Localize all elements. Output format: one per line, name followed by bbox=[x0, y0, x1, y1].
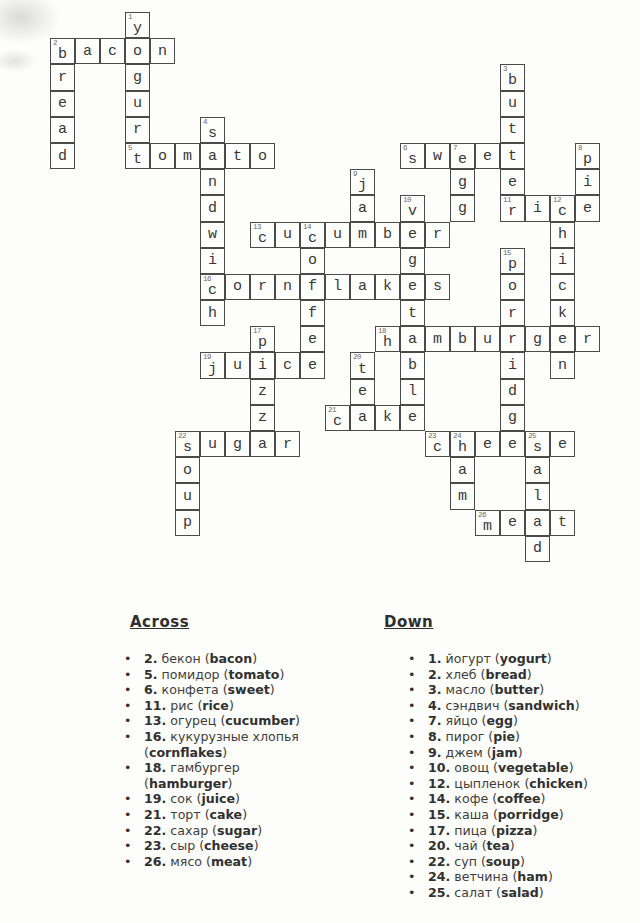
clue-answer-label: ham bbox=[517, 869, 548, 884]
cell-letter: r bbox=[58, 70, 67, 85]
cell-letter: e bbox=[483, 437, 492, 452]
grid-cell-r4c2[interactable]: a bbox=[50, 117, 75, 143]
cell-letter: n bbox=[158, 44, 167, 59]
cell-letter: p bbox=[583, 152, 592, 167]
cell-letter: e bbox=[508, 175, 517, 190]
cell-letter: s bbox=[183, 440, 192, 455]
cell-letter: e bbox=[508, 515, 517, 530]
grid-cell-r5c8[interactable]: a bbox=[200, 143, 225, 169]
clue-num-label: 21. bbox=[144, 807, 166, 822]
clue-number-9: 9 bbox=[353, 171, 357, 179]
clue-num-label: 19. bbox=[144, 791, 166, 806]
grid-cell-r2c5[interactable]: g bbox=[125, 64, 150, 90]
cell-letter: a bbox=[83, 44, 92, 59]
grid-cell-r1c5[interactable]: o bbox=[125, 38, 150, 64]
grid-cell-r12c23[interactable]: r bbox=[575, 326, 600, 352]
grid-cell-r19c20[interactable]: e bbox=[500, 510, 525, 536]
clue-answer-label: soup bbox=[486, 854, 520, 869]
cell-letter: u bbox=[508, 96, 517, 111]
cell-letter: e bbox=[408, 227, 417, 242]
grid-cell-r12c19[interactable]: u bbox=[475, 326, 500, 352]
grid-cell-r10c13[interactable]: l bbox=[325, 274, 350, 300]
grid-cell-r5c7[interactable]: m bbox=[175, 143, 200, 169]
down-clue-7: 7. яйцо (egg) bbox=[406, 713, 636, 729]
cell-letter: w bbox=[433, 149, 442, 164]
grid-cell-r16c9[interactable]: g bbox=[225, 431, 250, 457]
grid-cell-r5c6[interactable]: o bbox=[150, 143, 175, 169]
clue-num-label: 6. bbox=[144, 682, 158, 697]
grid-cell-r3c20[interactable]: u bbox=[500, 91, 525, 117]
grid-cell-r5c2[interactable]: d bbox=[50, 143, 75, 169]
clue-num-label: 22. bbox=[428, 854, 450, 869]
grid-cell-r3c2[interactable]: e bbox=[50, 91, 75, 117]
clue-num-label: 17. bbox=[428, 823, 450, 838]
grid-cell-r7c21[interactable]: i bbox=[525, 195, 550, 221]
clue-number-14: 14 bbox=[303, 224, 311, 232]
cell-letter: i bbox=[533, 201, 542, 216]
cell-letter: e bbox=[508, 437, 517, 452]
grid-cell-r14c10[interactable]: z bbox=[250, 379, 275, 405]
cell-letter: a bbox=[358, 201, 367, 216]
grid-cell-r10c15[interactable]: k bbox=[375, 274, 400, 300]
down-clue-20: 20. чай (tea) bbox=[406, 838, 636, 854]
cell-letter: s bbox=[208, 126, 217, 141]
across-clue-18: 18. гамбургер (hamburger) bbox=[122, 760, 322, 791]
grid-cell-r12c17[interactable]: m bbox=[425, 326, 450, 352]
grid-cell-r5c23[interactable]: 8p bbox=[575, 143, 600, 169]
grid-cell-r9c16[interactable]: g bbox=[400, 248, 425, 274]
clue-answer-label: jam bbox=[492, 745, 518, 760]
grid-cell-r8c17[interactable]: r bbox=[425, 222, 450, 248]
grid-cell-r19c19[interactable]: 26m bbox=[475, 510, 500, 536]
clue-answer-label: pizza bbox=[496, 823, 533, 838]
cell-letter: c bbox=[283, 358, 292, 373]
grid-cell-r12c22[interactable]: e bbox=[550, 326, 575, 352]
grid-cell-r17c21[interactable]: a bbox=[525, 457, 550, 483]
clue-number-1: 1 bbox=[128, 14, 132, 22]
across-heading: Across bbox=[130, 613, 189, 631]
cell-letter: k bbox=[383, 410, 392, 425]
grid-cell-r5c20[interactable]: t bbox=[500, 143, 525, 169]
grid-cell-r16c21[interactable]: 25s bbox=[525, 431, 550, 457]
down-clue-list: 1. йогурт (yogurt)2. хлеб (bread)3. масл… bbox=[406, 651, 636, 901]
grid-cell-r7c8[interactable]: d bbox=[200, 195, 225, 221]
grid-cell-r4c5[interactable]: r bbox=[125, 117, 150, 143]
clue-num-label: 23. bbox=[144, 838, 166, 853]
grid-cell-r10c16[interactable]: e bbox=[400, 274, 425, 300]
across-clue-11: 11. рис (rice) bbox=[122, 698, 322, 714]
across-clue-2: 2. бекон (bacon) bbox=[122, 651, 322, 667]
cell-letter: n bbox=[558, 358, 567, 373]
clue-answer-label: yogurt bbox=[500, 651, 547, 666]
clue-num-label: 5. bbox=[144, 667, 158, 682]
grid-cell-r10c8[interactable]: 16c bbox=[200, 274, 225, 300]
grid-cell-r14c16[interactable]: l bbox=[400, 379, 425, 405]
cell-letter: f bbox=[308, 279, 317, 294]
grid-cell-r13c20[interactable]: i bbox=[500, 352, 525, 378]
cell-letter: b bbox=[508, 73, 517, 88]
grid-cell-r6c23[interactable]: i bbox=[575, 169, 600, 195]
grid-cell-r9c12[interactable]: o bbox=[300, 248, 325, 274]
grid-cell-r10c20[interactable]: o bbox=[500, 274, 525, 300]
cell-letter: e bbox=[458, 152, 467, 167]
grid-cell-r15c20[interactable]: g bbox=[500, 405, 525, 431]
grid-cell-r10c9[interactable]: o bbox=[225, 274, 250, 300]
grid-cell-r10c12[interactable]: f bbox=[300, 274, 325, 300]
cell-letter: p bbox=[183, 515, 192, 530]
cell-letter: b bbox=[58, 47, 67, 62]
grid-cell-r8c15[interactable]: b bbox=[375, 222, 400, 248]
grid-cell-r9c8[interactable]: i bbox=[200, 248, 225, 274]
grid-cell-r13c11[interactable]: c bbox=[275, 352, 300, 378]
clue-num-label: 25. bbox=[428, 885, 450, 900]
grid-cell-r10c14[interactable]: a bbox=[350, 274, 375, 300]
cell-letter: g bbox=[458, 175, 467, 190]
cell-letter: e bbox=[583, 201, 592, 216]
clue-number-20: 20 bbox=[353, 354, 361, 362]
cell-letter: c bbox=[258, 231, 267, 246]
cell-letter: a bbox=[533, 515, 542, 530]
cell-letter: z bbox=[258, 384, 267, 399]
grid-cell-r16c8[interactable]: u bbox=[200, 431, 225, 457]
clue-num-label: 11. bbox=[144, 698, 166, 713]
clue-num-label: 16. bbox=[144, 729, 166, 744]
cell-letter: r bbox=[258, 279, 267, 294]
clue-num-label: 24. bbox=[428, 869, 450, 884]
grid-cell-r5c16[interactable]: 6s bbox=[400, 143, 425, 169]
grid-cell-r7c18[interactable]: g bbox=[450, 195, 475, 221]
down-clue-14: 14. кофе (coffee) bbox=[406, 791, 636, 807]
cell-letter: h bbox=[558, 227, 567, 242]
grid-cell-r19c7[interactable]: p bbox=[175, 510, 200, 536]
cell-letter: o bbox=[308, 253, 317, 268]
grid-cell-r6c20[interactable]: e bbox=[500, 169, 525, 195]
clue-answer-label: chicken bbox=[529, 776, 583, 791]
grid-cell-r17c18[interactable]: a bbox=[450, 457, 475, 483]
cell-letter: t bbox=[133, 152, 142, 167]
grid-cell-r12c20[interactable]: r bbox=[500, 326, 525, 352]
grid-cell-r15c15[interactable]: k bbox=[375, 405, 400, 431]
cell-letter: c bbox=[208, 283, 217, 298]
cell-letter: r bbox=[133, 122, 142, 137]
grid-cell-r8c22[interactable]: h bbox=[550, 222, 575, 248]
clue-num-label: 13. bbox=[144, 713, 166, 728]
clue-num-label: 26. bbox=[144, 854, 166, 869]
grid-cell-r16c7[interactable]: 22s bbox=[175, 431, 200, 457]
grid-cell-r1c4[interactable]: c bbox=[100, 38, 125, 64]
cell-letter: c bbox=[433, 440, 442, 455]
grid-cell-r16c18[interactable]: 24h bbox=[450, 431, 475, 457]
down-clue-22: 22. суп (soup) bbox=[406, 854, 636, 870]
cell-letter: o bbox=[508, 279, 517, 294]
grid-cell-r15c13[interactable]: 21c bbox=[325, 405, 350, 431]
grid-cell-r5c17[interactable]: w bbox=[425, 143, 450, 169]
cell-letter: s bbox=[533, 440, 542, 455]
clue-answer-label: rice bbox=[202, 698, 229, 713]
cell-letter: t bbox=[233, 149, 242, 164]
cell-letter: i bbox=[508, 358, 517, 373]
grid-cell-r11c8[interactable]: h bbox=[200, 300, 225, 326]
cell-letter: c bbox=[333, 414, 342, 429]
cell-letter: y bbox=[133, 21, 142, 36]
grid-cell-r11c16[interactable]: t bbox=[400, 300, 425, 326]
cell-letter: u bbox=[233, 358, 242, 373]
grid-cell-r9c20[interactable]: 15p bbox=[500, 248, 525, 274]
cell-letter: a bbox=[358, 279, 367, 294]
grid-cell-r7c23[interactable]: e bbox=[575, 195, 600, 221]
cell-letter: a bbox=[258, 437, 267, 452]
cell-letter: r bbox=[508, 332, 517, 347]
cell-letter: b bbox=[408, 358, 417, 373]
cell-letter: e bbox=[558, 437, 567, 452]
cell-letter: i bbox=[583, 175, 592, 190]
grid-cell-r12c15[interactable]: 18h bbox=[375, 326, 400, 352]
grid-cell-r7c14[interactable]: a bbox=[350, 195, 375, 221]
clue-num-label: 20. bbox=[428, 838, 450, 853]
grid-cell-r10c17[interactable]: s bbox=[425, 274, 450, 300]
grid-cell-r8c11[interactable]: u bbox=[275, 222, 300, 248]
cell-letter: i bbox=[208, 253, 217, 268]
grid-cell-r7c22[interactable]: 12c bbox=[550, 195, 575, 221]
cell-letter: d bbox=[533, 541, 542, 556]
grid-cell-r16c17[interactable]: 23c bbox=[425, 431, 450, 457]
grid-cell-r13c22[interactable]: n bbox=[550, 352, 575, 378]
clue-number-25: 25 bbox=[528, 433, 536, 441]
cell-letter: s bbox=[433, 279, 442, 294]
down-clue-24: 24. ветчина (ham) bbox=[406, 869, 636, 885]
cell-letter: e bbox=[483, 149, 492, 164]
grid-cell-r11c22[interactable]: k bbox=[550, 300, 575, 326]
grid-cell-r2c20[interactable]: 3b bbox=[500, 64, 525, 90]
cell-letter: u bbox=[333, 227, 342, 242]
grid-cell-r14c14[interactable]: e bbox=[350, 379, 375, 405]
cell-letter: h bbox=[208, 306, 217, 321]
down-heading: Down bbox=[384, 613, 433, 631]
clue-number-10: 10 bbox=[403, 197, 411, 205]
down-clue-12: 12. цыпленок (chicken) bbox=[406, 776, 636, 792]
grid-cell-r8c10[interactable]: 13c bbox=[250, 222, 275, 248]
grid-cell-r5c18[interactable]: 7e bbox=[450, 143, 475, 169]
cell-letter: e bbox=[308, 332, 317, 347]
grid-cell-r8c8[interactable]: w bbox=[200, 222, 225, 248]
grid-cell-r1c2[interactable]: 2b bbox=[50, 38, 75, 64]
cell-letter: l bbox=[333, 279, 342, 294]
grid-cell-r6c18[interactable]: g bbox=[450, 169, 475, 195]
cell-letter: g bbox=[133, 70, 142, 85]
grid-cell-r9c22[interactable]: i bbox=[550, 248, 575, 274]
clue-num-label: 22. bbox=[144, 823, 166, 838]
cell-letter: c bbox=[558, 204, 567, 219]
cell-letter: u bbox=[283, 227, 292, 242]
grid-cell-r13c8[interactable]: 19j bbox=[200, 352, 225, 378]
down-clue-9: 9. джем (jam) bbox=[406, 745, 636, 761]
cell-letter: i bbox=[558, 253, 567, 268]
grid-cell-r8c14[interactable]: m bbox=[350, 222, 375, 248]
across-clue-21: 21. торт (cake) bbox=[122, 807, 322, 823]
cell-letter: e bbox=[308, 358, 317, 373]
grid-cell-r14c20[interactable]: d bbox=[500, 379, 525, 405]
clue-answer-label: cucumber bbox=[225, 713, 295, 728]
cell-letter: j bbox=[208, 362, 217, 377]
grid-cell-r4c8[interactable]: 4s bbox=[200, 117, 225, 143]
cell-letter: l bbox=[533, 489, 542, 504]
clue-answer-label: meat bbox=[211, 854, 247, 869]
grid-cell-r13c14[interactable]: 20t bbox=[350, 352, 375, 378]
grid-cell-r6c8[interactable]: n bbox=[200, 169, 225, 195]
grid-cell-r6c14[interactable]: 9j bbox=[350, 169, 375, 195]
grid-cell-r16c11[interactable]: r bbox=[275, 431, 300, 457]
grid-cell-r5c9[interactable]: t bbox=[225, 143, 250, 169]
grid-cell-r5c5[interactable]: 5t bbox=[125, 143, 150, 169]
across-clue-22: 22. сахар (sugar) bbox=[122, 823, 322, 839]
grid-cell-r13c10[interactable]: i bbox=[250, 352, 275, 378]
grid-cell-r18c7[interactable]: u bbox=[175, 483, 200, 509]
cell-letter: a bbox=[208, 149, 217, 164]
grid-cell-r13c9[interactable]: u bbox=[225, 352, 250, 378]
clue-num-label: 9. bbox=[428, 745, 442, 760]
clue-answer-label: bread bbox=[486, 667, 527, 682]
cell-letter: c bbox=[558, 279, 567, 294]
cell-letter: z bbox=[258, 410, 267, 425]
clue-number-21: 21 bbox=[328, 407, 336, 415]
cell-letter: e bbox=[558, 332, 567, 347]
grid-cell-r15c14[interactable]: a bbox=[350, 405, 375, 431]
grid-cell-r16c10[interactable]: a bbox=[250, 431, 275, 457]
cell-letter: u bbox=[483, 332, 492, 347]
cell-letter: p bbox=[508, 257, 517, 272]
clue-num-label: 10. bbox=[428, 760, 450, 775]
grid-cell-r12c10[interactable]: 17p bbox=[250, 326, 275, 352]
cell-letter: b bbox=[383, 227, 392, 242]
clue-num-label: 4. bbox=[428, 698, 442, 713]
cell-letter: n bbox=[208, 175, 217, 190]
grid-cell-r13c12[interactable]: e bbox=[300, 352, 325, 378]
cell-letter: o bbox=[158, 149, 167, 164]
across-clue-16: 16. кукурузные хлопья (cornflakes) bbox=[122, 729, 322, 760]
clue-answer-label: porridge bbox=[498, 807, 559, 822]
grid-cell-r11c12[interactable]: f bbox=[300, 300, 325, 326]
across-clue-6: 6. конфета (sweet) bbox=[122, 682, 322, 698]
grid-cell-r7c20[interactable]: 11r bbox=[500, 195, 525, 221]
clue-answer-label: tomato bbox=[229, 667, 280, 682]
grid-cell-r10c11[interactable]: n bbox=[275, 274, 300, 300]
grid-cell-r5c10[interactable]: o bbox=[250, 143, 275, 169]
grid-cell-r8c12[interactable]: 14c bbox=[300, 222, 325, 248]
grid-cell-r12c21[interactable]: g bbox=[525, 326, 550, 352]
clue-answer-label: vegetable bbox=[498, 760, 569, 775]
clue-answer-label: pie bbox=[493, 729, 515, 744]
grid-cell-r13c16[interactable]: b bbox=[400, 352, 425, 378]
down-clue-25: 25. салат (salad) bbox=[406, 885, 636, 901]
cell-letter: k bbox=[558, 306, 567, 321]
cell-letter: m bbox=[433, 332, 442, 347]
grid-cell-r15c16[interactable]: e bbox=[400, 405, 425, 431]
cell-letter: m bbox=[183, 149, 192, 164]
grid-cell-r0c5[interactable]: 1y bbox=[125, 12, 150, 38]
grid-cell-r12c18[interactable]: b bbox=[450, 326, 475, 352]
grid-cell-r1c6[interactable]: n bbox=[150, 38, 175, 64]
down-clue-3: 3. масло (butter) bbox=[406, 682, 636, 698]
clue-num-label: 18. bbox=[144, 760, 166, 775]
grid-cell-r18c21[interactable]: l bbox=[525, 483, 550, 509]
grid-cell-r3c5[interactable]: u bbox=[125, 91, 150, 117]
clue-answer-label: cake bbox=[210, 807, 243, 822]
grid-cell-r5c19[interactable]: e bbox=[475, 143, 500, 169]
clue-number-5: 5 bbox=[128, 145, 132, 153]
cell-letter: r bbox=[283, 437, 292, 452]
crossword-worksheet: 1y2baconrg3beuuar4std5tomato6sw7eet8pn9j… bbox=[0, 0, 640, 923]
clue-number-12: 12 bbox=[553, 197, 561, 205]
grid-cell-r12c16[interactable]: a bbox=[400, 326, 425, 352]
grid-cell-r7c16[interactable]: 10v bbox=[400, 195, 425, 221]
cell-letter: w bbox=[208, 227, 217, 242]
cell-letter: h bbox=[383, 335, 392, 350]
across-clue-5: 5. помидор (tomato) bbox=[122, 667, 322, 683]
grid-cell-r8c16[interactable]: e bbox=[400, 222, 425, 248]
clue-number-22: 22 bbox=[178, 433, 186, 441]
grid-cell-r2c2[interactable]: r bbox=[50, 64, 75, 90]
grid-cell-r18c18[interactable]: m bbox=[450, 483, 475, 509]
grid-cell-r15c10[interactable]: z bbox=[250, 405, 275, 431]
grid-cell-r16c20[interactable]: e bbox=[500, 431, 525, 457]
grid-cell-r19c21[interactable]: a bbox=[525, 510, 550, 536]
grid-cell-r17c7[interactable]: o bbox=[175, 457, 200, 483]
cell-letter: s bbox=[408, 152, 417, 167]
grid-cell-r8c13[interactable]: u bbox=[325, 222, 350, 248]
cell-letter: j bbox=[358, 178, 367, 193]
grid-cell-r20c21[interactable]: d bbox=[525, 536, 550, 562]
grid-cell-r11c20[interactable]: r bbox=[500, 300, 525, 326]
down-clue-17: 17. пица (pizza) bbox=[406, 823, 636, 839]
cell-letter: o bbox=[258, 149, 267, 164]
clue-num-label: 2. bbox=[428, 667, 442, 682]
down-clue-15: 15. каша (porridge) bbox=[406, 807, 636, 823]
grid-cell-r4c20[interactable]: t bbox=[500, 117, 525, 143]
cell-letter: g bbox=[508, 410, 517, 425]
cell-letter: u bbox=[183, 489, 192, 504]
clue-num-label: 14. bbox=[428, 791, 450, 806]
grid-cell-r1c3[interactable]: a bbox=[75, 38, 100, 64]
across-clue-list: 2. бекон (bacon)5. помидор (tomato)6. ко… bbox=[122, 651, 322, 869]
cell-letter: m bbox=[458, 489, 467, 504]
clue-answer-label: juice bbox=[201, 791, 235, 806]
cell-letter: t bbox=[558, 515, 567, 530]
cell-letter: d bbox=[508, 384, 517, 399]
clue-number-11: 11 bbox=[503, 197, 511, 205]
grid-cell-r12c12[interactable]: e bbox=[300, 326, 325, 352]
grid-cell-r10c22[interactable]: c bbox=[550, 274, 575, 300]
grid-cell-r16c22[interactable]: e bbox=[550, 431, 575, 457]
cell-letter: h bbox=[458, 440, 467, 455]
clue-num-label: 3. bbox=[428, 682, 442, 697]
grid-cell-r19c22[interactable]: t bbox=[550, 510, 575, 536]
cell-letter: l bbox=[408, 384, 417, 399]
clue-answer-label: sandwich bbox=[508, 698, 574, 713]
across-clue-13: 13. огурец (cucumber) bbox=[122, 713, 322, 729]
across-clue-26: 26. мясо (meat) bbox=[122, 854, 322, 870]
cell-letter: u bbox=[208, 437, 217, 452]
grid-cell-r16c19[interactable]: e bbox=[475, 431, 500, 457]
clue-answer-label: coffee bbox=[497, 791, 540, 806]
cell-letter: d bbox=[58, 149, 67, 164]
down-clue-1: 1. йогурт (yogurt) bbox=[406, 651, 636, 667]
cell-letter: m bbox=[483, 519, 492, 534]
cell-letter: g bbox=[533, 332, 542, 347]
cell-letter: t bbox=[508, 122, 517, 137]
grid-cell-r10c10[interactable]: r bbox=[250, 274, 275, 300]
clue-number-16: 16 bbox=[203, 276, 211, 284]
cell-letter: g bbox=[458, 201, 467, 216]
